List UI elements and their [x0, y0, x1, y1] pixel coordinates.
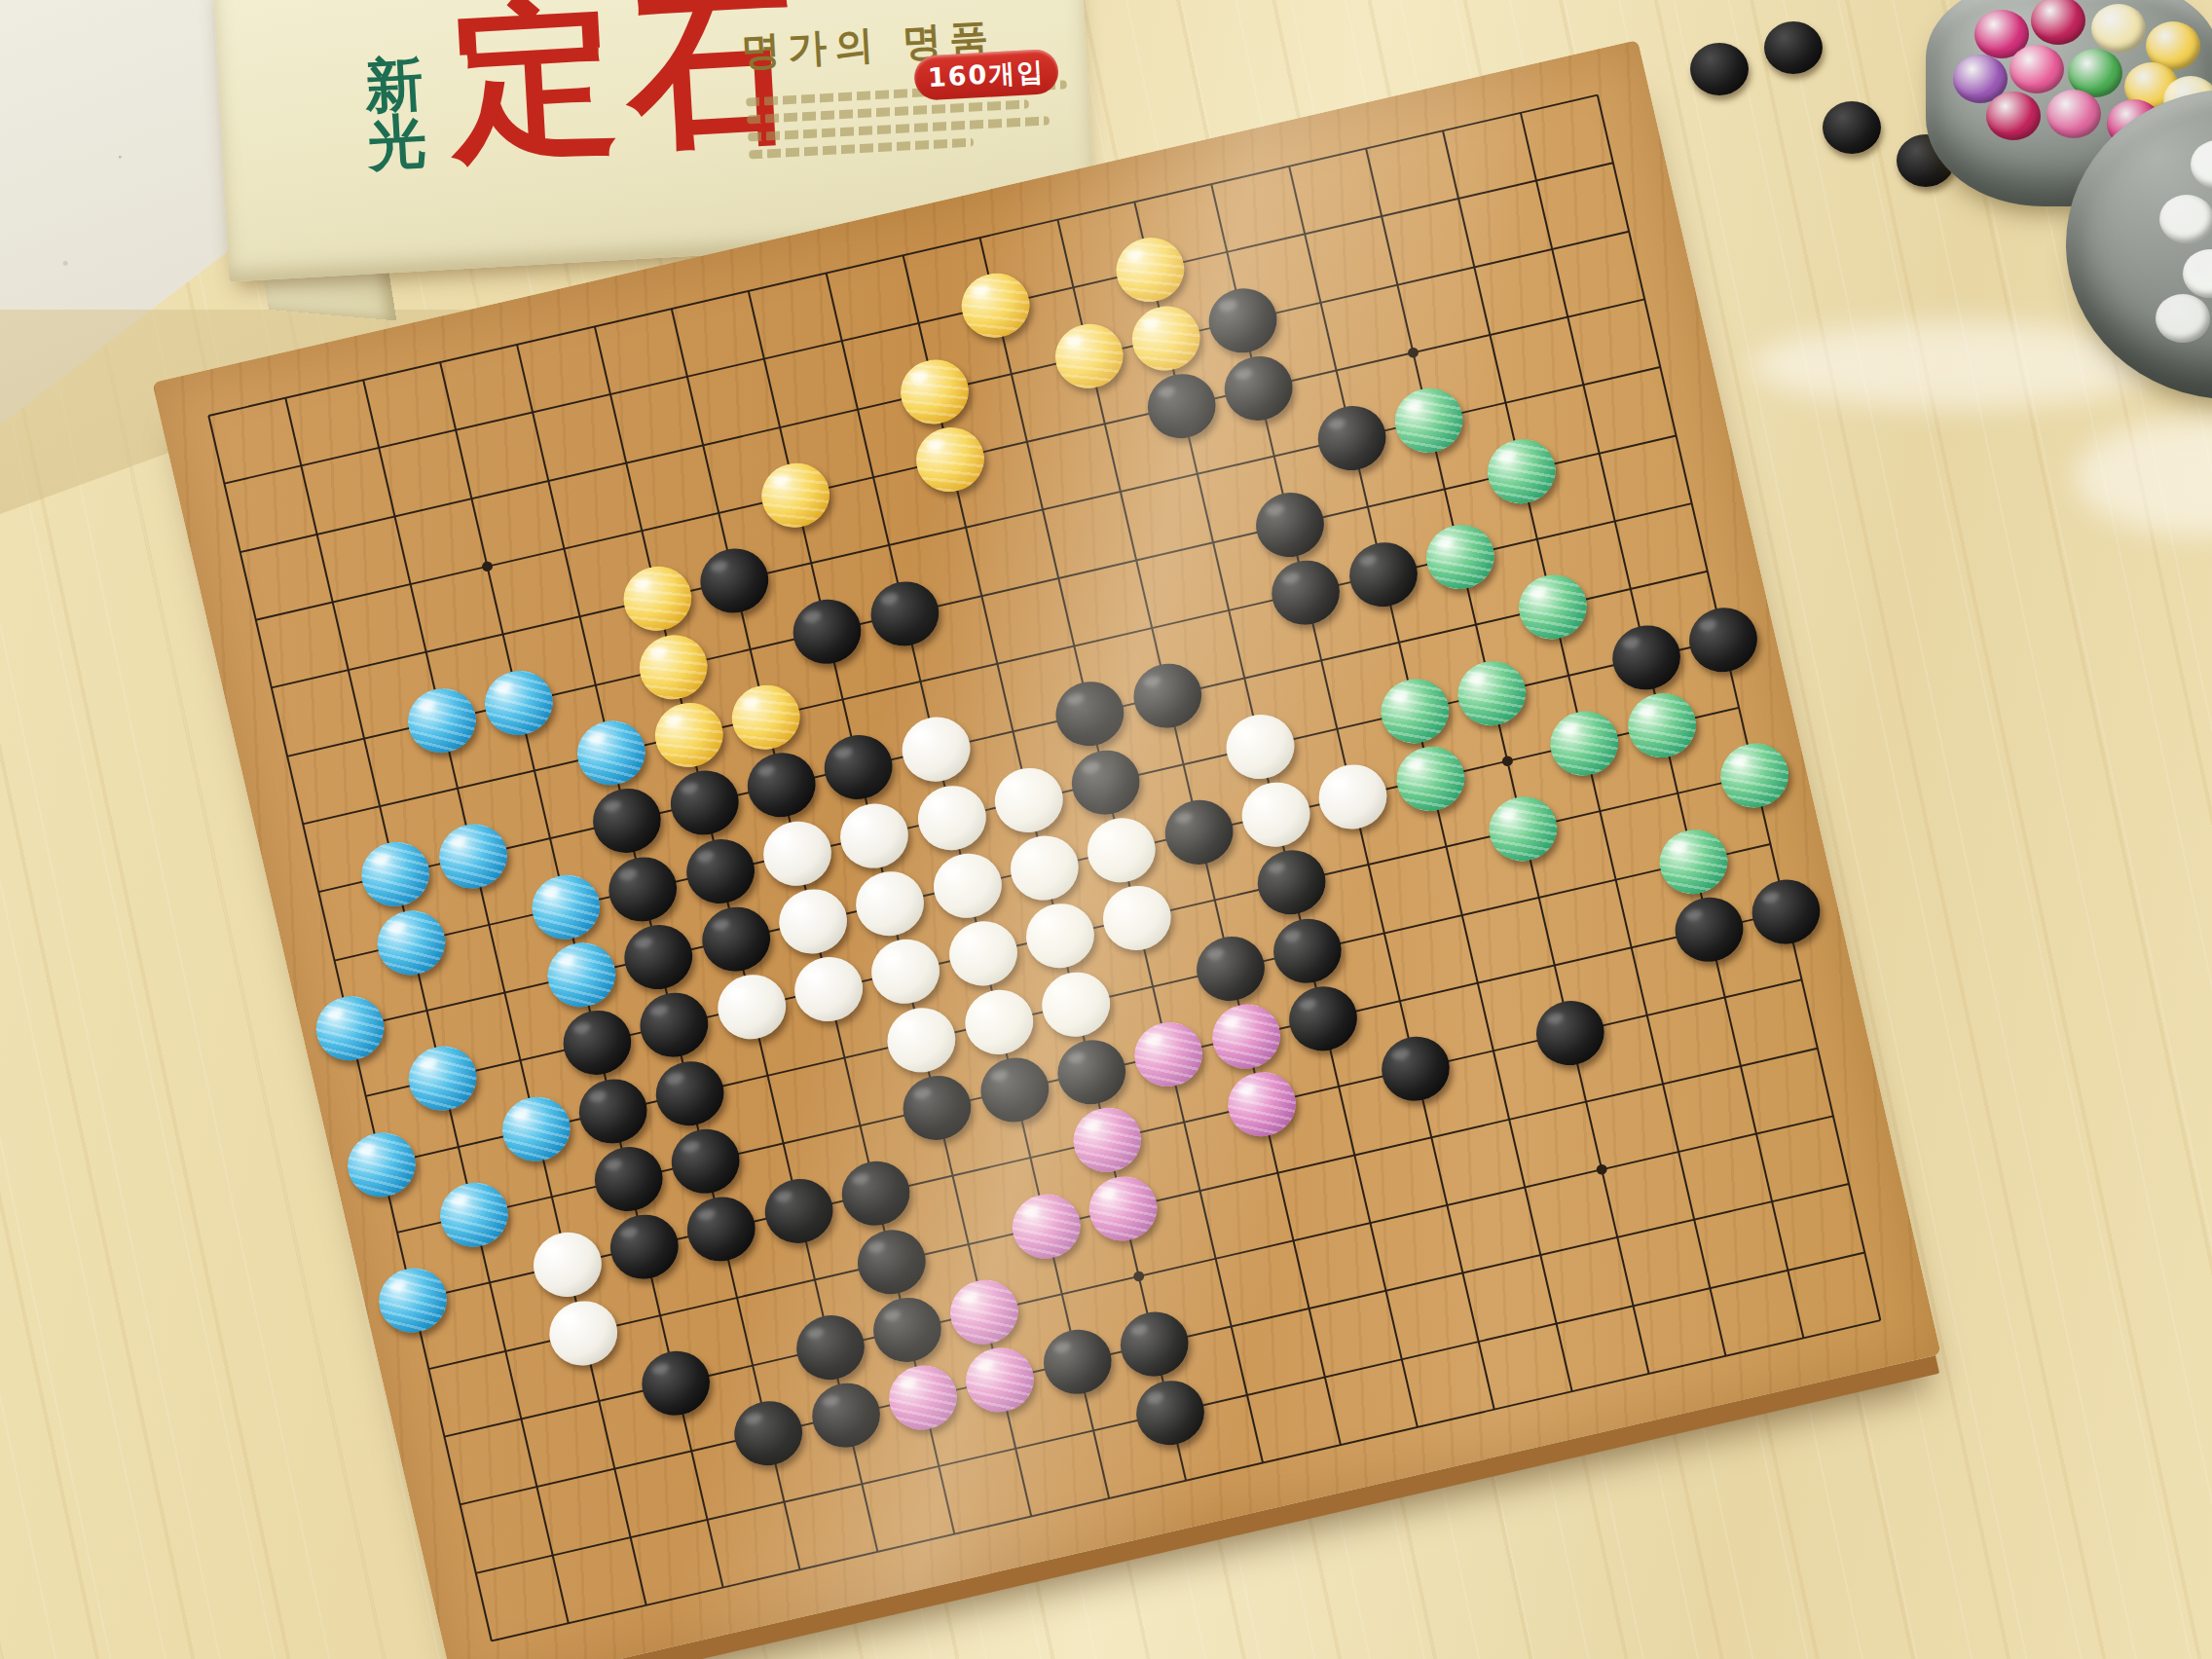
- table-black-stone: [1823, 101, 1881, 154]
- bowl-white-stone: [2183, 249, 2212, 298]
- table-black-stone: [1764, 21, 1823, 74]
- bowl-colored-stone: [2009, 45, 2064, 93]
- bowl-colored-stone: [2091, 4, 2146, 53]
- box-count-badge: 160개입: [913, 49, 1059, 101]
- fine-print-line: [749, 138, 974, 160]
- go-board: [152, 40, 1941, 1659]
- bowl-colored-stone: [1986, 92, 2041, 140]
- bowl-white-stone: [2159, 195, 2212, 243]
- table-black-stone: [1690, 43, 1749, 95]
- bowl-colored-stone: [2031, 0, 2085, 45]
- bowl-white-stone: [2156, 294, 2210, 343]
- table-reflection: [2074, 419, 2212, 535]
- board-light-sheen: [152, 40, 1941, 1659]
- bowl-colored-stone: [2046, 90, 2101, 138]
- photo-scene: 定石 新光 定石 명가의 명품 160개입: [0, 0, 2212, 1659]
- box-brand-name: 新光: [363, 54, 441, 172]
- bowl-white-stone: [2191, 140, 2212, 189]
